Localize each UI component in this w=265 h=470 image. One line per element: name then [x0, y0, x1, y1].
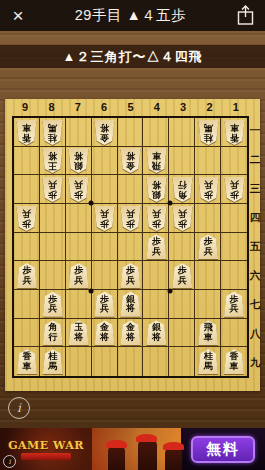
piece-歩兵-83[interactable]: 歩兵: [40, 175, 66, 204]
piece-金将-61[interactable]: 金将: [92, 118, 118, 147]
piece-歩兵-64[interactable]: 歩兵: [92, 204, 118, 233]
piece-銀将-43[interactable]: 銀将: [143, 175, 169, 204]
pieces-layer: 香車桂馬金将桂馬香車王将銀将金将飛車歩兵歩兵銀将角行歩兵歩兵歩兵歩兵歩兵歩兵歩兵…: [14, 118, 247, 376]
piece-飛車-28[interactable]: 飛車: [195, 319, 221, 348]
piece-桂馬-21[interactable]: 桂馬: [195, 118, 221, 147]
piece-香車-91[interactable]: 香車: [14, 118, 40, 147]
ad-logo-ribbon: [21, 453, 71, 460]
piece-歩兵-73[interactable]: 歩兵: [66, 175, 92, 204]
piece-玉将-78[interactable]: 玉将: [66, 319, 92, 348]
piece-桂馬-29[interactable]: 桂馬: [195, 347, 221, 376]
file-label: 3: [170, 100, 196, 115]
shogi-board: 987654321 香車桂馬金将桂馬香車王将銀将金将飛車歩兵歩兵銀将角行歩兵歩兵…: [5, 99, 260, 391]
piece-歩兵-54[interactable]: 歩兵: [118, 204, 144, 233]
piece-銀将-57[interactable]: 銀将: [118, 290, 144, 319]
piece-香車-11[interactable]: 香車: [221, 118, 247, 147]
free-button[interactable]: 無料: [191, 436, 255, 463]
piece-歩兵-44[interactable]: 歩兵: [143, 204, 169, 233]
ad-banner[interactable]: GAME WAR 無料 i: [0, 428, 265, 470]
info-button[interactable]: i: [8, 397, 30, 419]
rank-label: 八: [250, 320, 260, 349]
helmet-crest: [136, 434, 157, 442]
ad-info-icon[interactable]: i: [3, 455, 16, 468]
file-label: 7: [65, 100, 91, 115]
piece-歩兵-13[interactable]: 歩兵: [221, 175, 247, 204]
rank-label: 九: [250, 349, 260, 378]
piece-歩兵-25[interactable]: 歩兵: [195, 233, 221, 262]
piece-歩兵-67[interactable]: 歩兵: [92, 290, 118, 319]
file-label: 5: [117, 100, 143, 115]
rank-labels: 一二三四五六七八九: [250, 116, 260, 378]
piece-桂馬-89[interactable]: 桂馬: [40, 347, 66, 376]
piece-歩兵-17[interactable]: 歩兵: [221, 290, 247, 319]
share-button[interactable]: [225, 5, 265, 26]
helmet-crest: [106, 440, 127, 448]
piece-歩兵-76[interactable]: 歩兵: [66, 261, 92, 290]
file-label: 2: [196, 100, 222, 115]
piece-歩兵-96[interactable]: 歩兵: [14, 261, 40, 290]
close-button[interactable]: ×: [0, 0, 36, 31]
piece-歩兵-56[interactable]: 歩兵: [118, 261, 144, 290]
file-label: 6: [91, 100, 117, 115]
piece-金将-58[interactable]: 金将: [118, 319, 144, 348]
ad-button-area: 無料: [181, 428, 265, 470]
piece-歩兵-23[interactable]: 歩兵: [195, 175, 221, 204]
file-label: 1: [223, 100, 249, 115]
piece-飛車-42[interactable]: 飛車: [143, 147, 169, 176]
file-labels: 987654321: [12, 100, 249, 115]
file-label: 9: [12, 100, 38, 115]
file-label: 4: [144, 100, 170, 115]
piece-歩兵-45[interactable]: 歩兵: [143, 233, 169, 262]
piece-角行-88[interactable]: 角行: [40, 319, 66, 348]
rank-label: 六: [250, 262, 260, 291]
piece-銀将-48[interactable]: 銀将: [143, 319, 169, 348]
shogi-app-screen: × 29手目 ▲４五歩 ▲２三角打〜△４四飛 987654321 香車桂馬金将桂…: [0, 0, 265, 470]
rank-label: 三: [250, 174, 260, 203]
share-icon: [237, 5, 254, 26]
piece-香車-19[interactable]: 香車: [221, 347, 247, 376]
warrior-figure: [108, 446, 125, 470]
helmet-crest: [163, 442, 184, 450]
piece-歩兵-94[interactable]: 歩兵: [14, 204, 40, 233]
rank-label: 七: [250, 291, 260, 320]
warrior-figure: [165, 448, 182, 470]
rank-label: 一: [250, 116, 260, 145]
top-bar: × 29手目 ▲４五歩: [0, 0, 265, 31]
file-label: 8: [38, 100, 64, 115]
rank-label: 四: [250, 203, 260, 232]
piece-桂馬-81[interactable]: 桂馬: [40, 118, 66, 147]
move-sequence-banner: ▲２三角打〜△４四飛: [0, 45, 265, 68]
ad-logo-text: GAME WAR: [8, 439, 84, 452]
piece-香車-99[interactable]: 香車: [14, 347, 40, 376]
piece-歩兵-87[interactable]: 歩兵: [40, 290, 66, 319]
piece-歩兵-36[interactable]: 歩兵: [169, 261, 195, 290]
warrior-figure: [138, 440, 157, 470]
rank-label: 二: [250, 145, 260, 174]
page-title: 29手目 ▲４五歩: [36, 6, 225, 25]
piece-金将-52[interactable]: 金将: [118, 147, 144, 176]
piece-銀将-72[interactable]: 銀将: [66, 147, 92, 176]
piece-歩兵-34[interactable]: 歩兵: [169, 204, 195, 233]
piece-王将-82[interactable]: 王将: [40, 147, 66, 176]
piece-角行-33[interactable]: 角行: [169, 175, 195, 204]
ad-artwork: [92, 428, 181, 470]
piece-金将-68[interactable]: 金将: [92, 319, 118, 348]
rank-label: 五: [250, 232, 260, 261]
